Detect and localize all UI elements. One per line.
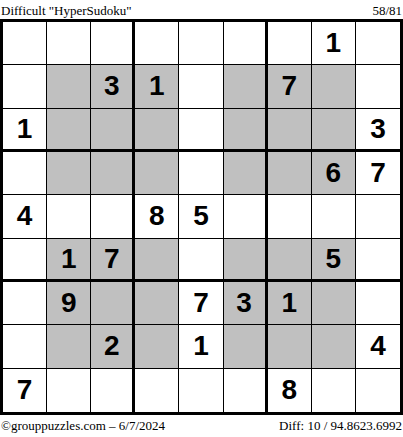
cell-r2c7[interactable]: 7 (268, 65, 312, 108)
cell-r7c8[interactable] (312, 282, 356, 325)
cell-r4c1[interactable] (3, 152, 47, 195)
cell-r2c2[interactable] (47, 65, 91, 108)
cell-r9c8[interactable] (312, 369, 356, 412)
cell-r3c5[interactable] (179, 109, 223, 152)
cell-r9c7[interactable]: 8 (268, 369, 312, 412)
cell-r3c1[interactable]: 1 (3, 109, 47, 152)
cell-r5c1[interactable]: 4 (3, 195, 47, 238)
cell-r5c4[interactable]: 8 (135, 195, 179, 238)
cell-r3c6[interactable] (224, 109, 268, 152)
cell-r4c4[interactable] (135, 152, 179, 195)
cell-r4c5[interactable] (179, 152, 223, 195)
cell-r2c9[interactable] (356, 65, 400, 108)
cell-r2c1[interactable] (3, 65, 47, 108)
cell-r6c7[interactable] (268, 239, 312, 282)
cell-r8c7[interactable] (268, 325, 312, 368)
cell-r4c2[interactable] (47, 152, 91, 195)
cell-r2c4[interactable]: 1 (135, 65, 179, 108)
cell-r3c7[interactable] (268, 109, 312, 152)
puzzle-title: Difficult "HyperSudoku" (1, 4, 132, 18)
cell-r7c9[interactable] (356, 282, 400, 325)
cell-r6c2[interactable]: 1 (47, 239, 91, 282)
cell-r9c3[interactable] (91, 369, 135, 412)
cell-r9c6[interactable] (224, 369, 268, 412)
cell-r1c2[interactable] (47, 22, 91, 65)
cell-r8c5[interactable]: 1 (179, 325, 223, 368)
empty-cells-counter: 58/81 (372, 4, 402, 18)
cell-r8c2[interactable] (47, 325, 91, 368)
cell-r3c2[interactable] (47, 109, 91, 152)
cell-r9c5[interactable] (179, 369, 223, 412)
cell-r1c4[interactable] (135, 22, 179, 65)
cell-r5c8[interactable] (312, 195, 356, 238)
cell-r5c9[interactable] (356, 195, 400, 238)
cell-r5c6[interactable] (224, 195, 268, 238)
cell-r9c2[interactable] (47, 369, 91, 412)
sudoku-board: 13171367485175973121478 (0, 19, 403, 415)
cell-r9c1[interactable]: 7 (3, 369, 47, 412)
cell-r6c9[interactable] (356, 239, 400, 282)
cell-r8c4[interactable] (135, 325, 179, 368)
cell-r3c8[interactable] (312, 109, 356, 152)
cell-r1c5[interactable] (179, 22, 223, 65)
cell-r3c9[interactable]: 3 (356, 109, 400, 152)
cell-r2c6[interactable] (224, 65, 268, 108)
cell-r7c7[interactable]: 1 (268, 282, 312, 325)
cell-r5c5[interactable]: 5 (179, 195, 223, 238)
cell-r7c4[interactable] (135, 282, 179, 325)
cell-r6c4[interactable] (135, 239, 179, 282)
cell-r8c3[interactable]: 2 (91, 325, 135, 368)
cell-r3c4[interactable] (135, 109, 179, 152)
cell-r4c7[interactable] (268, 152, 312, 195)
cell-r6c5[interactable] (179, 239, 223, 282)
cell-r8c9[interactable]: 4 (356, 325, 400, 368)
cell-r7c1[interactable] (3, 282, 47, 325)
cell-r4c8[interactable]: 6 (312, 152, 356, 195)
cell-r1c7[interactable] (268, 22, 312, 65)
cell-r4c3[interactable] (91, 152, 135, 195)
cell-r5c7[interactable] (268, 195, 312, 238)
cell-r4c6[interactable] (224, 152, 268, 195)
cell-r6c3[interactable]: 7 (91, 239, 135, 282)
cell-r6c8[interactable]: 5 (312, 239, 356, 282)
cell-r1c9[interactable] (356, 22, 400, 65)
cell-r7c5[interactable]: 7 (179, 282, 223, 325)
cell-r4c9[interactable]: 7 (356, 152, 400, 195)
cell-r1c1[interactable] (3, 22, 47, 65)
cell-r8c8[interactable] (312, 325, 356, 368)
cell-r8c6[interactable] (224, 325, 268, 368)
header: Difficult "HyperSudoku" 58/81 (0, 0, 403, 19)
cell-r5c3[interactable] (91, 195, 135, 238)
copyright-text: ©grouppuzzles.com – 6/7/2024 (1, 419, 165, 433)
puzzle-page: Difficult "HyperSudoku" 58/81 1317136748… (0, 0, 403, 437)
cell-r1c3[interactable] (91, 22, 135, 65)
cell-r6c6[interactable] (224, 239, 268, 282)
cell-r2c8[interactable] (312, 65, 356, 108)
difficulty-text: Diff: 10 / 94.8623.6992 (279, 419, 402, 433)
cell-r7c2[interactable]: 9 (47, 282, 91, 325)
cell-r7c3[interactable] (91, 282, 135, 325)
cell-r5c2[interactable] (47, 195, 91, 238)
cell-r2c5[interactable] (179, 65, 223, 108)
footer: ©grouppuzzles.com – 6/7/2024 Diff: 10 / … (0, 415, 403, 437)
cell-r8c1[interactable] (3, 325, 47, 368)
cell-r7c6[interactable]: 3 (224, 282, 268, 325)
cell-r9c9[interactable] (356, 369, 400, 412)
cell-r2c3[interactable]: 3 (91, 65, 135, 108)
cell-r9c4[interactable] (135, 369, 179, 412)
cell-r1c6[interactable] (224, 22, 268, 65)
cell-r3c3[interactable] (91, 109, 135, 152)
cell-r6c1[interactable] (3, 239, 47, 282)
cell-r1c8[interactable]: 1 (312, 22, 356, 65)
